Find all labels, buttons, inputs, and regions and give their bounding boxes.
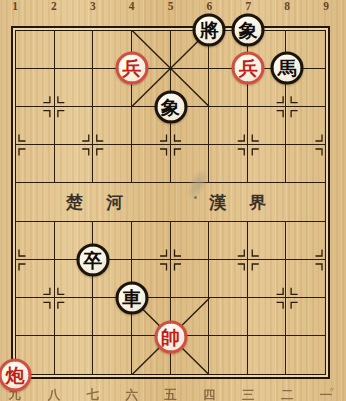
board-point[interactable] [16, 31, 55, 69]
board-point[interactable] [171, 222, 210, 260]
file-label-top: 1 [12, 0, 18, 13]
file-label-top: 6 [207, 0, 213, 13]
board-point[interactable] [209, 336, 248, 374]
stray-mark: 〃 [326, 383, 338, 398]
board-point[interactable] [209, 260, 248, 298]
board-point[interactable] [93, 107, 132, 145]
piece-red-soldier[interactable]: 兵 [232, 52, 265, 85]
file-label-bottom: 二 [281, 389, 294, 401]
file-label-bottom: 八 [48, 389, 61, 401]
board-point[interactable] [16, 183, 55, 221]
board-point[interactable] [171, 260, 210, 298]
board-point[interactable] [93, 145, 132, 183]
board-point[interactable] [286, 145, 325, 183]
board-point[interactable] [286, 183, 325, 221]
piece-black-chariot[interactable]: 車 [115, 282, 148, 315]
board-point[interactable] [55, 298, 94, 336]
xiangqi-app: 123456789 楚河 漢界 將象兵兵馬象卒車帥炮 九八七六五四三二一 〃 [0, 0, 346, 401]
board-point[interactable] [132, 222, 171, 260]
board-point[interactable] [286, 336, 325, 374]
file-label-top: 8 [284, 0, 290, 13]
board-point[interactable] [286, 222, 325, 260]
file-label-top: 5 [168, 0, 174, 13]
board-point[interactable] [55, 31, 94, 69]
piece-red-soldier[interactable]: 兵 [115, 52, 148, 85]
board-point[interactable] [55, 336, 94, 374]
board-point[interactable] [248, 260, 287, 298]
board-point[interactable] [248, 145, 287, 183]
file-label-top: 9 [323, 0, 329, 13]
board-point[interactable] [248, 336, 287, 374]
river-label-left: 楚河 [66, 193, 146, 213]
board-point[interactable] [209, 298, 248, 336]
board-point[interactable] [286, 260, 325, 298]
file-label-bottom: 三 [242, 389, 255, 401]
board-point[interactable] [209, 222, 248, 260]
piece-black-soldier[interactable]: 卒 [76, 244, 109, 277]
board-point[interactable] [93, 336, 132, 374]
board-point[interactable] [209, 145, 248, 183]
board-point[interactable] [248, 107, 287, 145]
piece-black-horse[interactable]: 馬 [271, 52, 304, 85]
file-label-top: 3 [90, 0, 96, 13]
piece-red-cannon[interactable]: 炮 [0, 359, 32, 392]
file-label-bottom: 五 [164, 389, 177, 401]
board-point[interactable] [55, 145, 94, 183]
board-point[interactable] [55, 107, 94, 145]
river-label-right: 漢界 [209, 193, 289, 213]
file-label-bottom: 四 [203, 389, 216, 401]
file-label-bottom: 六 [125, 389, 138, 401]
file-label-top: 2 [51, 0, 57, 13]
board-point[interactable] [286, 298, 325, 336]
board-point[interactable] [16, 145, 55, 183]
board-point[interactable] [16, 107, 55, 145]
board-point[interactable] [286, 107, 325, 145]
file-label-bottom: 七 [87, 389, 100, 401]
board-point[interactable] [16, 298, 55, 336]
piece-black-elephant[interactable]: 象 [232, 14, 265, 47]
board-point[interactable] [55, 69, 94, 107]
cursor-artifact-dot [194, 196, 197, 199]
board-point[interactable] [248, 298, 287, 336]
board-point[interactable] [132, 145, 171, 183]
piece-black-general[interactable]: 將 [193, 14, 226, 47]
file-label-top: 4 [129, 0, 135, 13]
board-point[interactable] [16, 69, 55, 107]
board-point[interactable] [16, 260, 55, 298]
board-point[interactable] [248, 222, 287, 260]
piece-red-general[interactable]: 帥 [154, 320, 187, 353]
board-point[interactable] [209, 107, 248, 145]
board-point[interactable] [16, 222, 55, 260]
file-label-top: 7 [245, 0, 251, 13]
piece-black-elephant[interactable]: 象 [154, 90, 187, 123]
